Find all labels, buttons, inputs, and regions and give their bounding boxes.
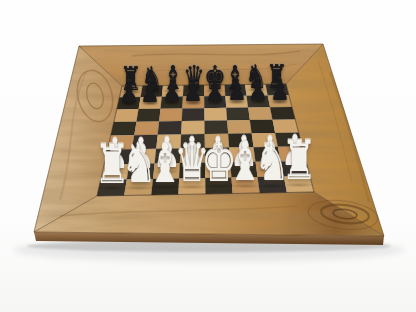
pieces-layer: ♜♞♝♛♚♝♞♜♟♟♟♟♟♟♟♟♟♟♟♟♟♟♟♟♜♞♝♛♚♝♞♜: [0, 0, 416, 312]
piece-white-rook-h1[interactable]: ♜: [278, 134, 320, 188]
chessboard-scene: ♜♞♝♛♚♝♞♜♟♟♟♟♟♟♟♟♟♟♟♟♟♟♟♟♜♞♝♛♚♝♞♜: [0, 0, 416, 312]
piece-black-pawn-h7[interactable]: ♟: [259, 75, 301, 105]
